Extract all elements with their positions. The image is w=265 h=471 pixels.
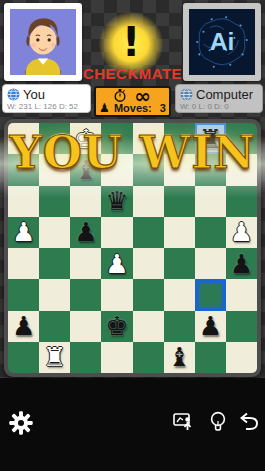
square-f5[interactable]	[164, 217, 195, 248]
square-b2[interactable]	[39, 311, 70, 342]
square-c8[interactable]: ♚	[70, 123, 101, 154]
square-e3[interactable]	[133, 279, 164, 310]
square-h2[interactable]	[226, 311, 257, 342]
square-a8[interactable]	[8, 123, 39, 154]
moves-label: Moves:	[114, 102, 152, 114]
settings-gear-icon	[8, 410, 34, 436]
square-b6[interactable]	[39, 186, 70, 217]
moves-count: 3	[160, 102, 166, 114]
undo-arrow-icon	[236, 410, 262, 434]
black-pawn-h4[interactable]: ♟	[230, 251, 253, 277]
computer-stats: W: 0 L: 0 D: 0	[180, 102, 258, 111]
black-king-d2[interactable]: ♚	[105, 313, 128, 339]
pawn-move-icon: ♟	[99, 102, 110, 114]
square-g3[interactable]	[195, 279, 226, 310]
white-pawn-a5[interactable]: ♟	[12, 219, 35, 245]
square-f8[interactable]	[164, 123, 195, 154]
square-d2[interactable]: ♚	[101, 311, 132, 342]
player-stats: W: 231 L: 126 D: 52	[7, 102, 86, 111]
square-e2[interactable]	[133, 311, 164, 342]
black-bishop-c7[interactable]: ♝	[74, 157, 97, 183]
square-a4[interactable]	[8, 248, 39, 279]
square-b8[interactable]	[39, 123, 70, 154]
square-a2[interactable]: ♟	[8, 311, 39, 342]
square-c6[interactable]	[70, 186, 101, 217]
white-pawn-d4[interactable]: ♟	[105, 251, 128, 277]
stopwatch-icon	[114, 89, 126, 102]
white-king-c8[interactable]: ♚	[74, 126, 97, 152]
black-pawn-a2[interactable]: ♟	[12, 313, 35, 339]
square-c7[interactable]: ♝	[70, 154, 101, 185]
square-b5[interactable]	[39, 217, 70, 248]
square-a5[interactable]: ♟	[8, 217, 39, 248]
square-h3[interactable]	[226, 279, 257, 310]
square-c4[interactable]	[70, 248, 101, 279]
square-g5[interactable]	[195, 217, 226, 248]
game-review-button[interactable]	[168, 407, 198, 437]
white-pawn-h5[interactable]: ♟	[230, 219, 253, 245]
square-d8[interactable]	[101, 123, 132, 154]
square-e5[interactable]	[133, 217, 164, 248]
infinite-time-icon: ∞	[134, 91, 151, 101]
square-g8[interactable]: ♜	[195, 123, 226, 154]
square-g7[interactable]	[195, 154, 226, 185]
square-d6[interactable]: ♛	[101, 186, 132, 217]
square-c2[interactable]	[70, 311, 101, 342]
square-a3[interactable]	[8, 279, 39, 310]
square-h4[interactable]: ♟	[226, 248, 257, 279]
square-h8[interactable]	[226, 123, 257, 154]
moves-counter-box: ∞ ♟ Moves: 3	[94, 86, 171, 117]
ai-label: Ai	[210, 28, 235, 55]
square-e1[interactable]	[133, 342, 164, 373]
square-d5[interactable]	[101, 217, 132, 248]
square-a7[interactable]	[8, 154, 39, 185]
square-f4[interactable]	[164, 248, 195, 279]
black-queen-d6[interactable]: ♛	[105, 188, 128, 214]
globe-icon	[180, 88, 193, 101]
square-e7[interactable]	[133, 154, 164, 185]
hint-bulb-icon	[207, 410, 229, 434]
square-g1[interactable]	[195, 342, 226, 373]
player-name: You	[23, 87, 45, 102]
square-g2[interactable]: ♟	[195, 311, 226, 342]
square-h5[interactable]: ♟	[226, 217, 257, 248]
black-rook-g8[interactable]: ♜	[199, 126, 222, 152]
square-e4[interactable]	[133, 248, 164, 279]
square-c5[interactable]: ♟	[70, 217, 101, 248]
square-f2[interactable]	[164, 311, 195, 342]
player-bar-computer[interactable]: Computer W: 0 L: 0 D: 0	[175, 84, 263, 113]
black-pawn-g2[interactable]: ♟	[199, 313, 222, 339]
square-c3[interactable]	[70, 279, 101, 310]
black-bishop-f1[interactable]: ♝	[168, 344, 191, 370]
square-h6[interactable]	[226, 186, 257, 217]
square-d4[interactable]: ♟	[101, 248, 132, 279]
chess-board[interactable]: ♚♜♝♛♟♟♟♟♟♟♚♟♜♝	[8, 123, 257, 373]
square-g4[interactable]	[195, 248, 226, 279]
square-g6[interactable]	[195, 186, 226, 217]
square-b3[interactable]	[39, 279, 70, 310]
square-b4[interactable]	[39, 248, 70, 279]
black-pawn-c5[interactable]: ♟	[74, 219, 97, 245]
white-rook-b1[interactable]: ♜	[43, 344, 66, 370]
square-e6[interactable]	[133, 186, 164, 217]
computer-avatar-card: Ai	[183, 3, 261, 81]
game-review-icon	[171, 410, 195, 434]
square-h7[interactable]	[226, 154, 257, 185]
bottom-toolbar	[0, 378, 265, 471]
square-f6[interactable]	[164, 186, 195, 217]
chess-board-frame: ♚♜♝♛♟♟♟♟♟♟♚♟♜♝	[4, 119, 261, 377]
square-c1[interactable]	[70, 342, 101, 373]
square-a1[interactable]	[8, 342, 39, 373]
square-f7[interactable]	[164, 154, 195, 185]
square-a6[interactable]	[8, 186, 39, 217]
square-d7[interactable]	[101, 154, 132, 185]
square-f1[interactable]: ♝	[164, 342, 195, 373]
undo-button[interactable]	[234, 407, 264, 437]
computer-name: Computer	[196, 87, 253, 102]
globe-icon	[7, 88, 20, 101]
settings-button[interactable]	[6, 408, 36, 438]
hint-button[interactable]	[203, 407, 233, 437]
square-d3[interactable]	[101, 279, 132, 310]
square-d1[interactable]	[101, 342, 132, 373]
square-f3[interactable]	[164, 279, 195, 310]
player-bar-you[interactable]: You W: 231 L: 126 D: 52	[2, 84, 91, 113]
app-screen: ! CHECKMATE Ai	[0, 0, 265, 471]
computer-avatar: Ai	[189, 9, 255, 75]
square-b7[interactable]	[39, 154, 70, 185]
square-e8[interactable]	[133, 123, 164, 154]
exclamation-icon: !	[122, 22, 140, 66]
square-b1[interactable]: ♜	[39, 342, 70, 373]
square-h1[interactable]	[226, 342, 257, 373]
